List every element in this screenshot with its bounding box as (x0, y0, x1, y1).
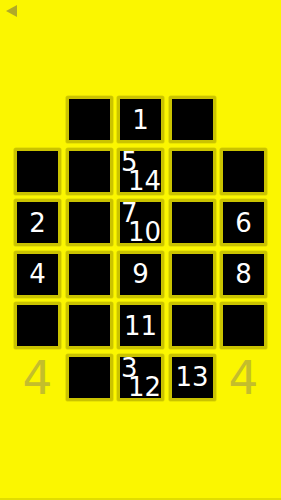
tile-r3c2[interactable] (66, 199, 113, 246)
tile-number: 2 (29, 208, 46, 238)
tile-number: 11 (124, 311, 157, 341)
tile-r6c3[interactable]: 312 (117, 354, 164, 401)
tile-r4c1[interactable]: 4 (14, 251, 61, 298)
empty-space (220, 96, 267, 143)
tile-number: 1 (132, 105, 149, 135)
tile-r6c4[interactable]: 13 (169, 354, 216, 401)
tile-r4c2[interactable] (66, 251, 113, 298)
tile-number-second: 12 (128, 372, 161, 402)
tile-r3c4[interactable] (169, 199, 216, 246)
tile-r1c2[interactable] (66, 96, 113, 143)
tile-r5c3[interactable]: 11 (117, 302, 164, 349)
puzzle-grid: 151427106498114312134 (14, 96, 267, 401)
tile-r2c3[interactable]: 514 (117, 148, 164, 195)
tile-number: 13 (175, 362, 208, 392)
tile-number: 8 (235, 259, 252, 289)
level-number: 4 (14, 354, 61, 401)
tile-number-second: 14 (128, 166, 161, 196)
tile-r3c1[interactable]: 2 (14, 199, 61, 246)
back-icon (6, 5, 17, 17)
tile-r2c2[interactable] (66, 148, 113, 195)
tile-r5c4[interactable] (169, 302, 216, 349)
tile-r3c5[interactable]: 6 (220, 199, 267, 246)
tile-r2c1[interactable] (14, 148, 61, 195)
tile-r5c2[interactable] (66, 302, 113, 349)
level-number: 4 (220, 354, 267, 401)
tile-r4c4[interactable] (169, 251, 216, 298)
tile-r5c1[interactable] (14, 302, 61, 349)
tile-number: 9 (132, 259, 149, 289)
tile-r5c5[interactable] (220, 302, 267, 349)
tile-r2c4[interactable] (169, 148, 216, 195)
tile-r1c4[interactable] (169, 96, 216, 143)
empty-space (14, 96, 61, 143)
tile-r6c2[interactable] (66, 354, 113, 401)
tile-number: 6 (235, 208, 252, 238)
tile-r2c5[interactable] (220, 148, 267, 195)
back-button[interactable] (0, 0, 30, 30)
game-screen: 151427106498114312134 (0, 0, 281, 500)
tile-r1c3[interactable]: 1 (117, 96, 164, 143)
tile-number-second: 10 (128, 217, 161, 247)
tile-r3c3[interactable]: 710 (117, 199, 164, 246)
tile-r4c3[interactable]: 9 (117, 251, 164, 298)
tile-r4c5[interactable]: 8 (220, 251, 267, 298)
tile-number: 4 (29, 259, 46, 289)
